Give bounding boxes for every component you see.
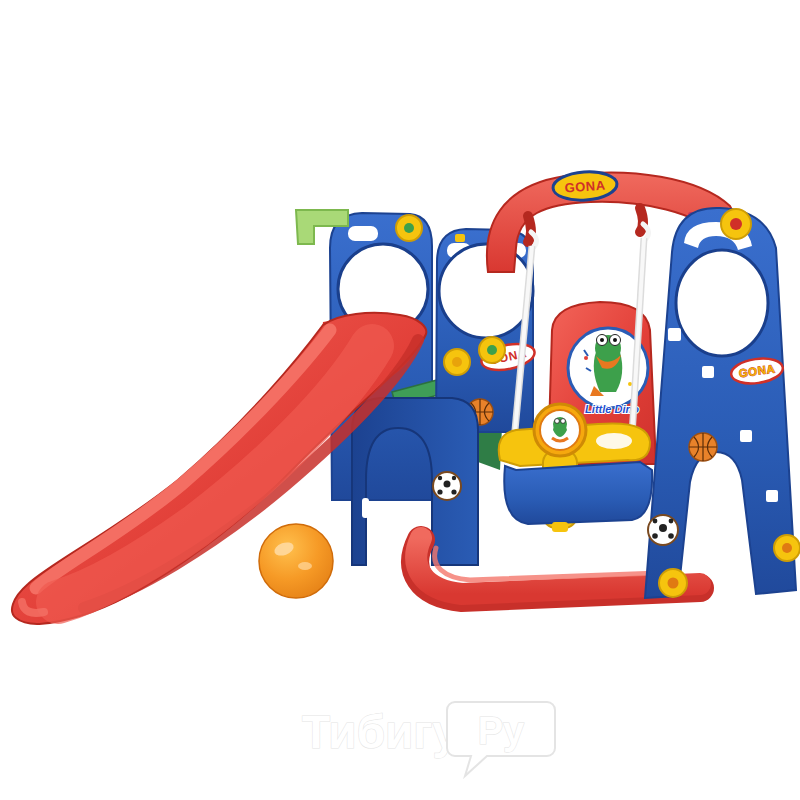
product-photo-playset: GONA bbox=[0, 0, 800, 800]
playset-illustration: GONA bbox=[0, 0, 800, 800]
watermark: Тибигун Ру bbox=[302, 702, 555, 776]
right-tower-knob-right bbox=[774, 535, 800, 561]
middle-tower-yellow-clip bbox=[455, 234, 465, 242]
swing-seat-base bbox=[504, 462, 652, 532]
basketball-sticker-right bbox=[689, 433, 717, 461]
guard-wheel-frog-sticker bbox=[534, 404, 586, 456]
middle-tower-knob-left bbox=[444, 349, 470, 375]
watermark-bubble-text: Ру bbox=[478, 710, 524, 752]
left-tower-handle-slot bbox=[348, 226, 378, 241]
play-ball bbox=[259, 524, 333, 598]
watermark-bubble: Ру bbox=[447, 702, 555, 776]
right-tower-panel: GONA bbox=[645, 208, 800, 598]
swing-hooks bbox=[531, 224, 649, 248]
right-tower-knob-bottom-left bbox=[659, 569, 687, 597]
middle-tower-knob-right bbox=[479, 337, 505, 363]
right-tower-knob-top bbox=[721, 209, 751, 239]
right-tower-porthole bbox=[676, 250, 768, 356]
gona-logo-top-bar-text: GONA bbox=[564, 178, 606, 196]
soccer-sticker-middle bbox=[433, 472, 461, 500]
left-tower-knob bbox=[396, 215, 422, 241]
soccer-sticker-right bbox=[648, 515, 678, 545]
